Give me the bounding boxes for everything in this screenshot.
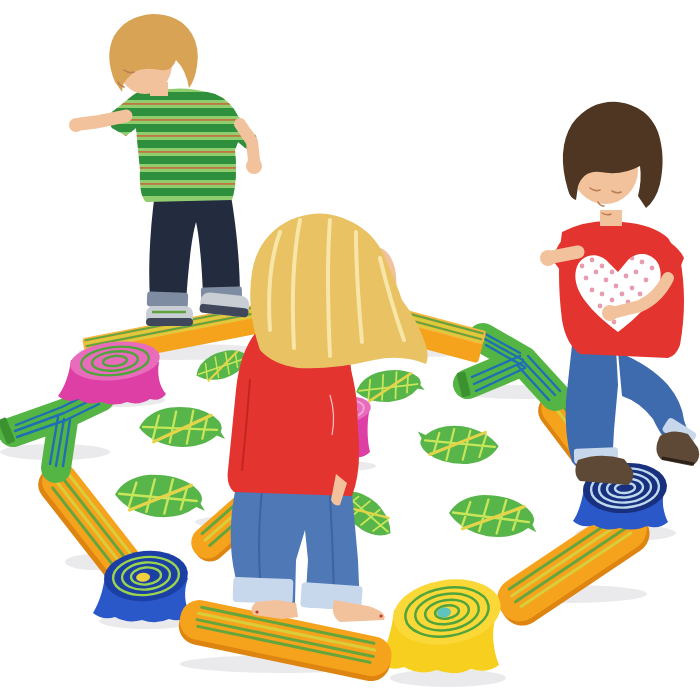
right-girl-torso xyxy=(540,221,684,358)
stump-pink-left xyxy=(58,337,166,404)
right-girl-leg-right xyxy=(618,352,699,466)
center-girl-head xyxy=(250,213,427,368)
boy-shirt xyxy=(100,80,270,210)
boy-cuff xyxy=(147,291,188,307)
leaf-mat xyxy=(415,422,500,468)
center-girl-sleeve-right xyxy=(330,350,345,470)
boy-hand-right xyxy=(69,118,83,132)
right-girl-hand-right xyxy=(540,250,556,266)
right-girl-arm-right xyxy=(552,252,578,257)
center-girl-cuff xyxy=(233,577,294,604)
leaf-mat xyxy=(138,405,226,449)
right-girl-hand-left xyxy=(602,305,618,321)
boy-shoe-left xyxy=(146,306,193,326)
leaf-mat xyxy=(354,367,425,406)
leaf-mat xyxy=(447,490,541,543)
boy-shoe-right xyxy=(199,292,250,318)
right-girl-head xyxy=(563,102,663,226)
boy-head xyxy=(109,14,198,96)
balance-path-product-photo xyxy=(0,0,700,700)
scene-canvas xyxy=(0,0,700,700)
stump-yellow-bottom xyxy=(378,572,505,673)
child-girl-center xyxy=(228,213,428,622)
boy-arm-right xyxy=(80,116,126,124)
boy-legs xyxy=(146,192,250,326)
child-boy xyxy=(69,14,270,326)
leaf-mat xyxy=(113,470,208,521)
boy-hand-left xyxy=(246,158,262,174)
right-girl-shoe-left xyxy=(575,456,633,485)
